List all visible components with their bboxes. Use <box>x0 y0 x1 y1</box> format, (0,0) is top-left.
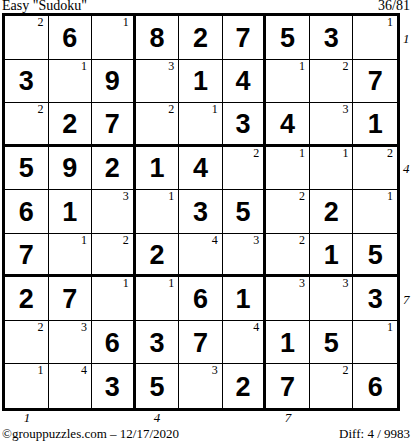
cell-r6c1[interactable]: 7 <box>5 234 49 278</box>
corner-mark: 2 <box>387 147 393 160</box>
cell-r1c8[interactable]: 3 <box>310 16 354 60</box>
given-digit: 2 <box>193 25 208 52</box>
cell-r6c6[interactable]: 3 <box>223 234 267 278</box>
cell-r1c5[interactable]: 2 <box>179 16 223 60</box>
cell-r5c1[interactable]: 6 <box>5 190 49 234</box>
sudoku-grid: 2618275313193141272272134315921421126131… <box>2 13 400 411</box>
cell-r4c6[interactable]: 2 <box>223 147 267 191</box>
corner-mark: 1 <box>123 277 129 290</box>
given-digit: 3 <box>19 68 34 95</box>
given-digit: 6 <box>105 330 120 357</box>
given-digit: 4 <box>193 155 208 182</box>
corner-mark: 1 <box>299 60 305 73</box>
cell-r4c4[interactable]: 1 <box>136 147 180 191</box>
cell-r3c7[interactable]: 4 <box>266 103 310 147</box>
cell-r8c3[interactable]: 6 <box>92 321 136 365</box>
corner-mark: 1 <box>387 321 393 334</box>
corner-mark: 2 <box>38 321 44 334</box>
given-digit: 3 <box>324 25 339 52</box>
cell-r3c2[interactable]: 2 <box>49 103 93 147</box>
given-digit: 1 <box>368 111 383 138</box>
corner-mark: 2 <box>253 147 259 160</box>
given-digit: 3 <box>193 199 208 226</box>
given-digit: 1 <box>149 155 164 182</box>
given-digit: 1 <box>62 199 77 226</box>
corner-mark: 1 <box>81 60 87 73</box>
cell-r5c9[interactable]: 1 <box>353 190 397 234</box>
cell-r2c5[interactable]: 1 <box>179 60 223 104</box>
cell-r7c1[interactable]: 2 <box>5 277 49 321</box>
given-digit: 3 <box>105 374 120 401</box>
cell-r3c1[interactable]: 2 <box>5 103 49 147</box>
given-digit: 4 <box>280 111 295 138</box>
cell-r5c2[interactable]: 1 <box>49 190 93 234</box>
given-digit: 2 <box>324 199 339 226</box>
given-digit: 7 <box>105 111 120 138</box>
cell-r3c8[interactable]: 3 <box>310 103 354 147</box>
cell-r8c9[interactable]: 1 <box>353 321 397 365</box>
given-digit: 1 <box>280 330 295 357</box>
given-digit: 2 <box>105 155 120 182</box>
cell-r2c3[interactable]: 9 <box>92 60 136 104</box>
cell-r8c8[interactable]: 5 <box>310 321 354 365</box>
cell-r4c3[interactable]: 2 <box>92 147 136 191</box>
cell-r4c2[interactable]: 9 <box>49 147 93 191</box>
cell-r8c5[interactable]: 7 <box>179 321 223 365</box>
cell-r2c1[interactable]: 3 <box>5 60 49 104</box>
cell-r3c9[interactable]: 1 <box>353 103 397 147</box>
corner-mark: 1 <box>299 147 305 160</box>
cell-r1c2[interactable]: 6 <box>49 16 93 60</box>
given-digit: 2 <box>62 111 77 138</box>
given-digit: 2 <box>236 374 251 401</box>
corner-mark: 4 <box>212 234 218 247</box>
cell-r8c4[interactable]: 3 <box>136 321 180 365</box>
col-label-7: 7 <box>283 410 293 426</box>
given-digit: 5 <box>280 25 295 52</box>
cells-remaining-counter: 36/81 <box>378 0 410 14</box>
cell-r9c1[interactable]: 1 <box>5 364 49 408</box>
corner-mark: 2 <box>342 60 348 73</box>
given-digit: 2 <box>149 242 164 269</box>
cell-r6c9[interactable]: 5 <box>353 234 397 278</box>
cell-r1c7[interactable]: 5 <box>266 16 310 60</box>
corner-mark: 1 <box>38 364 44 377</box>
cell-r2c7[interactable]: 1 <box>266 60 310 104</box>
cell-r7c4[interactable]: 1 <box>136 277 180 321</box>
cell-r2c9[interactable]: 7 <box>353 60 397 104</box>
given-digit: 6 <box>19 199 34 226</box>
corner-mark: 1 <box>123 16 129 29</box>
cell-r1c4[interactable]: 8 <box>136 16 180 60</box>
cell-r8c7[interactable]: 1 <box>266 321 310 365</box>
corner-mark: 1 <box>168 190 174 203</box>
corner-mark: 2 <box>38 16 44 29</box>
given-digit: 1 <box>236 286 251 313</box>
corner-mark: 2 <box>38 103 44 116</box>
cell-r3c5[interactable]: 1 <box>179 103 223 147</box>
cell-r1c3[interactable]: 1 <box>92 16 136 60</box>
given-digit: 7 <box>280 374 295 401</box>
given-digit: 7 <box>62 286 77 313</box>
corner-mark: 3 <box>342 103 348 116</box>
cell-r7c3[interactable]: 1 <box>92 277 136 321</box>
given-digit: 3 <box>149 330 164 357</box>
col-label-4: 4 <box>152 410 162 426</box>
given-digit: 5 <box>19 155 34 182</box>
given-digit: 7 <box>368 68 383 95</box>
corner-mark: 1 <box>212 103 218 116</box>
given-digit: 6 <box>62 25 77 52</box>
cell-r9c2[interactable]: 4 <box>49 364 93 408</box>
corner-mark: 3 <box>81 321 87 334</box>
given-digit: 8 <box>149 25 164 52</box>
cell-r7c2[interactable]: 7 <box>49 277 93 321</box>
cell-r9c9[interactable]: 6 <box>353 364 397 408</box>
cell-r2c8[interactable]: 2 <box>310 60 354 104</box>
cell-r7c8[interactable]: 3 <box>310 277 354 321</box>
cell-r5c3[interactable]: 3 <box>92 190 136 234</box>
given-digit: 5 <box>236 199 251 226</box>
corner-mark: 2 <box>299 190 305 203</box>
cell-r9c6[interactable]: 2 <box>223 364 267 408</box>
corner-mark: 3 <box>123 190 129 203</box>
col-label-1: 1 <box>22 410 32 426</box>
cell-r3c4[interactable]: 2 <box>136 103 180 147</box>
cell-r3c6[interactable]: 3 <box>223 103 267 147</box>
cell-r7c9[interactable]: 3 <box>353 277 397 321</box>
cell-r1c9[interactable]: 1 <box>353 16 397 60</box>
cell-r6c3[interactable]: 2 <box>92 234 136 278</box>
cell-r5c8[interactable]: 2 <box>310 190 354 234</box>
cell-r2c2[interactable]: 1 <box>49 60 93 104</box>
cell-r4c1[interactable]: 5 <box>5 147 49 191</box>
difficulty-text: Diff: 4 / 9983 <box>339 426 410 442</box>
given-digit: 3 <box>368 286 383 313</box>
cell-r3c3[interactable]: 7 <box>92 103 136 147</box>
given-digit: 4 <box>236 68 251 95</box>
corner-mark: 1 <box>387 16 393 29</box>
cell-r6c4[interactable]: 2 <box>136 234 180 278</box>
cell-r8c6[interactable]: 4 <box>223 321 267 365</box>
cell-r9c3[interactable]: 3 <box>92 364 136 408</box>
given-digit: 7 <box>236 25 251 52</box>
given-digit: 5 <box>368 242 383 269</box>
cell-r5c7[interactable]: 2 <box>266 190 310 234</box>
cell-r6c7[interactable]: 2 <box>266 234 310 278</box>
given-digit: 6 <box>193 286 208 313</box>
corner-mark: 1 <box>168 277 174 290</box>
cell-r4c7[interactable]: 1 <box>266 147 310 191</box>
cell-r4c8[interactable]: 1 <box>310 147 354 191</box>
given-digit: 7 <box>19 242 34 269</box>
cell-r8c2[interactable]: 3 <box>49 321 93 365</box>
cell-r9c8[interactable]: 2 <box>310 364 354 408</box>
corner-mark: 1 <box>342 147 348 160</box>
cell-r5c5[interactable]: 3 <box>179 190 223 234</box>
cell-r9c4[interactable]: 5 <box>136 364 180 408</box>
corner-mark: 2 <box>299 234 305 247</box>
given-digit: 2 <box>19 286 34 313</box>
row-label-1: 1 <box>403 31 412 47</box>
corner-mark: 2 <box>168 103 174 116</box>
corner-mark: 1 <box>81 234 87 247</box>
given-digit: 9 <box>105 68 120 95</box>
corner-mark: 3 <box>253 234 259 247</box>
sudoku-page: Easy "Sudoku" 36/81 26182753131931412722… <box>0 0 412 445</box>
cell-r6c8[interactable]: 1 <box>310 234 354 278</box>
corner-mark: 4 <box>253 321 259 334</box>
given-digit: 1 <box>193 68 208 95</box>
cell-r6c2[interactable]: 1 <box>49 234 93 278</box>
cell-r8c1[interactable]: 2 <box>5 321 49 365</box>
corner-mark: 3 <box>342 277 348 290</box>
cell-r5c6[interactable]: 5 <box>223 190 267 234</box>
cell-r1c1[interactable]: 2 <box>5 16 49 60</box>
cell-r2c4[interactable]: 3 <box>136 60 180 104</box>
corner-mark: 4 <box>81 364 87 377</box>
cell-r9c5[interactable]: 3 <box>179 364 223 408</box>
given-digit: 5 <box>324 330 339 357</box>
corner-mark: 2 <box>342 364 348 377</box>
corner-mark: 1 <box>387 190 393 203</box>
cell-r7c5[interactable]: 6 <box>179 277 223 321</box>
corner-mark: 3 <box>168 60 174 73</box>
cell-r7c6[interactable]: 1 <box>223 277 267 321</box>
given-digit: 6 <box>368 374 383 401</box>
given-digit: 1 <box>324 242 339 269</box>
cell-r1c6[interactable]: 7 <box>223 16 267 60</box>
cell-r4c5[interactable]: 4 <box>179 147 223 191</box>
cell-r9c7[interactable]: 7 <box>266 364 310 408</box>
given-digit: 5 <box>149 374 164 401</box>
cell-r4c9[interactable]: 2 <box>353 147 397 191</box>
corner-mark: 3 <box>299 277 305 290</box>
given-digit: 9 <box>62 155 77 182</box>
puzzle-title: Easy "Sudoku" <box>2 0 87 14</box>
cell-r6c5[interactable]: 4 <box>179 234 223 278</box>
cell-r7c7[interactable]: 3 <box>266 277 310 321</box>
given-digit: 3 <box>236 111 251 138</box>
cell-r5c4[interactable]: 1 <box>136 190 180 234</box>
given-digit: 7 <box>193 330 208 357</box>
row-label-7: 7 <box>403 292 412 308</box>
corner-mark: 2 <box>123 234 129 247</box>
copyright-text: ©grouppuzzles.com – 12/17/2020 <box>2 426 179 442</box>
row-label-4: 4 <box>403 161 412 177</box>
corner-mark: 3 <box>212 364 218 377</box>
cell-r2c6[interactable]: 4 <box>223 60 267 104</box>
